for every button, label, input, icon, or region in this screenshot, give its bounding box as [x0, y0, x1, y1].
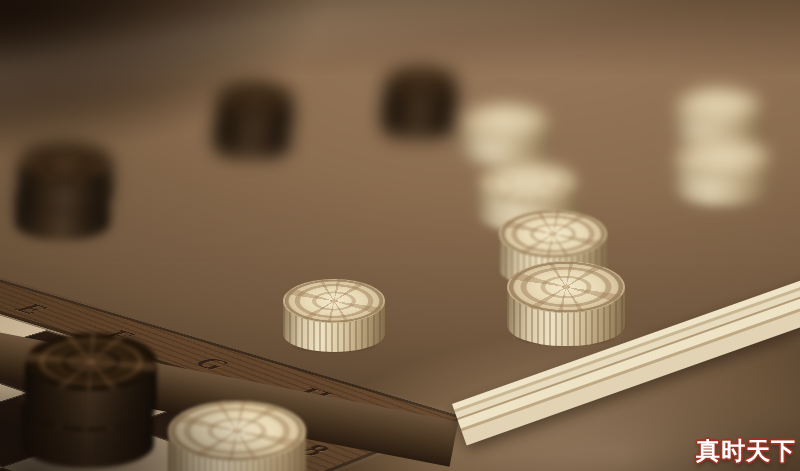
checkers-photo-scene: 12345678ABCDEFGH 真时天下: [0, 0, 800, 471]
file-label-f: F: [89, 327, 148, 345]
watermark-text: 真时天下: [696, 435, 796, 467]
file-label-e: E: [3, 301, 60, 318]
